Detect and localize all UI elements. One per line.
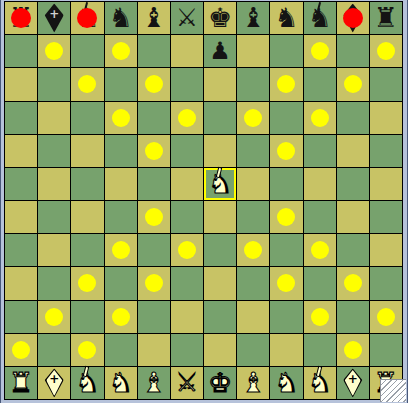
- white-aanca[interactable]: ⚔: [171, 367, 203, 399]
- target-dot: [344, 274, 362, 292]
- target-dot: [244, 109, 262, 127]
- square-e1[interactable]: ♝: [138, 367, 170, 399]
- lion-cross: +: [45, 371, 64, 385]
- square-a12[interactable]: ♜: [5, 2, 37, 34]
- target-dot: [145, 208, 163, 226]
- square-g12[interactable]: ♚: [204, 2, 236, 34]
- square-l4[interactable]: [370, 267, 402, 299]
- target-dot: [145, 75, 163, 93]
- square-l11[interactable]: [370, 35, 402, 67]
- square-d12[interactable]: ♞: [105, 2, 137, 34]
- giraffe-glyph: ♞: [270, 367, 302, 399]
- black-crocodile[interactable]: ♝: [138, 2, 170, 34]
- king-glyph: ♚: [204, 2, 236, 34]
- square-d10[interactable]: [105, 68, 137, 100]
- square-k3[interactable]: [337, 301, 369, 333]
- square-k6[interactable]: [337, 201, 369, 233]
- target-dot: [277, 75, 295, 93]
- unicorn-glyph: ♞: [71, 367, 103, 399]
- square-k1[interactable]: +: [337, 367, 369, 399]
- target-dot: [377, 42, 395, 60]
- target-dot: [112, 308, 130, 326]
- target-dot: [112, 109, 130, 127]
- square-b8[interactable]: [38, 135, 70, 167]
- square-g5[interactable]: [204, 234, 236, 266]
- square-b12[interactable]: +: [38, 2, 70, 34]
- target-dot: [277, 208, 295, 226]
- square-i8[interactable]: [270, 135, 302, 167]
- square-i6[interactable]: [270, 201, 302, 233]
- square-f7[interactable]: [171, 168, 203, 200]
- square-i11[interactable]: [270, 35, 302, 67]
- target-dot: [344, 341, 362, 359]
- square-d9[interactable]: [105, 102, 137, 134]
- square-b6[interactable]: [38, 201, 70, 233]
- black-aanca[interactable]: ⚔: [171, 2, 203, 34]
- game-window: ♜+♞♞♝⚔♚♝♞♞+♜♟♞♜+♞♞♝⚔♚♝♞♞+♜: [0, 0, 408, 403]
- lion-cross: +: [343, 371, 362, 385]
- square-b2[interactable]: [38, 334, 70, 366]
- black-crocodile[interactable]: ♝: [237, 2, 269, 34]
- square-i4[interactable]: [270, 267, 302, 299]
- square-g11[interactable]: ♟: [204, 35, 236, 67]
- black-unicorn[interactable]: ♞: [304, 2, 336, 34]
- square-d5[interactable]: [105, 234, 137, 266]
- target-dot: [145, 142, 163, 160]
- square-j5[interactable]: [304, 234, 336, 266]
- target-dot: [277, 142, 295, 160]
- square-c2[interactable]: [71, 334, 103, 366]
- white-unicorn[interactable]: ♞: [304, 367, 336, 399]
- white-lion[interactable]: +: [38, 367, 70, 399]
- square-g6[interactable]: [204, 201, 236, 233]
- square-i2[interactable]: [270, 334, 302, 366]
- target-dot: [178, 109, 196, 127]
- square-g4[interactable]: [204, 267, 236, 299]
- lion-diamond-shape: +: [343, 368, 362, 397]
- square-h3[interactable]: [237, 301, 269, 333]
- square-h4[interactable]: [237, 267, 269, 299]
- square-b5[interactable]: [38, 234, 70, 266]
- black-giraffe[interactable]: ♞: [270, 2, 302, 34]
- square-j7[interactable]: [304, 168, 336, 200]
- square-i10[interactable]: [270, 68, 302, 100]
- unicorn-glyph: ♞: [204, 168, 236, 200]
- square-l5[interactable]: [370, 234, 402, 266]
- target-dot: [311, 42, 329, 60]
- square-e5[interactable]: [138, 234, 170, 266]
- square-j9[interactable]: [304, 102, 336, 134]
- square-a5[interactable]: [5, 234, 37, 266]
- crocodile-glyph: ♝: [237, 2, 269, 34]
- white-unicorn[interactable]: ♞: [71, 367, 103, 399]
- lion-cross: +: [45, 7, 64, 21]
- rook-glyph: ♜: [370, 2, 402, 34]
- square-k12[interactable]: +: [337, 2, 369, 34]
- target-dot: [78, 75, 96, 93]
- square-f10[interactable]: [171, 68, 203, 100]
- black-pawn[interactable]: ♟: [204, 35, 236, 67]
- square-l7[interactable]: [370, 168, 402, 200]
- square-b7[interactable]: [38, 168, 70, 200]
- square-i12[interactable]: ♞: [270, 2, 302, 34]
- square-k10[interactable]: [337, 68, 369, 100]
- target-dot: [112, 241, 130, 259]
- square-a2[interactable]: [5, 334, 37, 366]
- white-king[interactable]: ♚: [204, 367, 236, 399]
- king-glyph: ♚: [204, 367, 236, 399]
- square-d6[interactable]: [105, 201, 137, 233]
- target-dot: [45, 42, 63, 60]
- square-b11[interactable]: [38, 35, 70, 67]
- square-a9[interactable]: [5, 102, 37, 134]
- square-i5[interactable]: [270, 234, 302, 266]
- square-l12[interactable]: ♜: [370, 2, 402, 34]
- square-d1[interactable]: ♞: [105, 367, 137, 399]
- black-rook[interactable]: ♜: [370, 2, 402, 34]
- square-e3[interactable]: [138, 301, 170, 333]
- black-giraffe[interactable]: ♞: [105, 2, 137, 34]
- target-dot: [78, 341, 96, 359]
- square-h10[interactable]: [237, 68, 269, 100]
- square-h2[interactable]: [237, 334, 269, 366]
- square-j11[interactable]: [304, 35, 336, 67]
- square-g10[interactable]: [204, 68, 236, 100]
- crocodile-glyph: ♝: [138, 2, 170, 34]
- square-g9[interactable]: [204, 102, 236, 134]
- square-j4[interactable]: [304, 267, 336, 299]
- square-j2[interactable]: [304, 334, 336, 366]
- white-lion[interactable]: +: [337, 367, 369, 399]
- square-h6[interactable]: [237, 201, 269, 233]
- white-giraffe[interactable]: ♞: [105, 367, 137, 399]
- square-c6[interactable]: [71, 201, 103, 233]
- square-b1[interactable]: +: [38, 367, 70, 399]
- square-l8[interactable]: [370, 135, 402, 167]
- square-j12[interactable]: ♞: [304, 2, 336, 34]
- target-dot: [311, 308, 329, 326]
- square-h8[interactable]: [237, 135, 269, 167]
- square-f11[interactable]: [171, 35, 203, 67]
- square-k8[interactable]: [337, 135, 369, 167]
- target-dot: [311, 109, 329, 127]
- square-h12[interactable]: ♝: [237, 2, 269, 34]
- square-k9[interactable]: [337, 102, 369, 134]
- square-c11[interactable]: [71, 35, 103, 67]
- square-b9[interactable]: [38, 102, 70, 134]
- rook-glyph: ♜: [5, 367, 37, 399]
- square-d4[interactable]: [105, 267, 137, 299]
- giraffe-glyph: ♞: [270, 2, 302, 34]
- square-a4[interactable]: [5, 267, 37, 299]
- square-j3[interactable]: [304, 301, 336, 333]
- square-j6[interactable]: [304, 201, 336, 233]
- square-e6[interactable]: [138, 201, 170, 233]
- square-c12[interactable]: ♞: [71, 2, 103, 34]
- square-e11[interactable]: [138, 35, 170, 67]
- square-e7[interactable]: [138, 168, 170, 200]
- square-g1[interactable]: ♚: [204, 367, 236, 399]
- target-dot: [377, 308, 395, 326]
- square-l6[interactable]: [370, 201, 402, 233]
- target-dot: [145, 274, 163, 292]
- square-d2[interactable]: [105, 334, 137, 366]
- square-e2[interactable]: [138, 334, 170, 366]
- target-dot: [311, 241, 329, 259]
- white-crocodile[interactable]: ♝: [138, 367, 170, 399]
- square-f5[interactable]: [171, 234, 203, 266]
- square-f9[interactable]: [171, 102, 203, 134]
- square-l3[interactable]: [370, 301, 402, 333]
- square-j10[interactable]: [304, 68, 336, 100]
- target-dot: [244, 241, 262, 259]
- square-b3[interactable]: [38, 301, 70, 333]
- square-j1[interactable]: ♞: [304, 367, 336, 399]
- crocodile-glyph: ♝: [237, 367, 269, 399]
- square-a6[interactable]: [5, 201, 37, 233]
- square-b4[interactable]: [38, 267, 70, 299]
- square-a1[interactable]: ♜: [5, 367, 37, 399]
- target-dot: [178, 241, 196, 259]
- black-king[interactable]: ♚: [204, 2, 236, 34]
- square-f6[interactable]: [171, 201, 203, 233]
- white-unicorn[interactable]: ♞: [204, 168, 236, 200]
- square-k2[interactable]: [337, 334, 369, 366]
- square-i7[interactable]: [270, 168, 302, 200]
- square-f1[interactable]: ⚔: [171, 367, 203, 399]
- white-crocodile[interactable]: ♝: [237, 367, 269, 399]
- square-a7[interactable]: [5, 168, 37, 200]
- square-c1[interactable]: ♞: [71, 367, 103, 399]
- square-j8[interactable]: [304, 135, 336, 167]
- square-a8[interactable]: [5, 135, 37, 167]
- square-i9[interactable]: [270, 102, 302, 134]
- target-dot: [12, 341, 30, 359]
- square-a11[interactable]: [5, 35, 37, 67]
- pawn-glyph: ♟: [204, 35, 236, 67]
- square-l10[interactable]: [370, 68, 402, 100]
- square-e4[interactable]: [138, 267, 170, 299]
- square-a3[interactable]: [5, 301, 37, 333]
- crocodile-glyph: ♝: [138, 367, 170, 399]
- square-c10[interactable]: [71, 68, 103, 100]
- square-k5[interactable]: [337, 234, 369, 266]
- square-c7[interactable]: [71, 168, 103, 200]
- aanca-glyph: ⚔: [171, 367, 203, 399]
- square-a10[interactable]: [5, 68, 37, 100]
- resize-grip-icon[interactable]: [380, 379, 406, 402]
- square-h9[interactable]: [237, 102, 269, 134]
- board: ♜+♞♞♝⚔♚♝♞♞+♜♟♞♜+♞♞♝⚔♚♝♞♞+♜: [4, 1, 403, 400]
- square-e8[interactable]: [138, 135, 170, 167]
- square-e10[interactable]: [138, 68, 170, 100]
- square-e12[interactable]: ♝: [138, 2, 170, 34]
- square-k11[interactable]: [337, 35, 369, 67]
- square-g3[interactable]: [204, 301, 236, 333]
- white-rook[interactable]: ♜: [5, 367, 37, 399]
- target-dot: [45, 308, 63, 326]
- square-e9[interactable]: [138, 102, 170, 134]
- square-i1[interactable]: ♞: [270, 367, 302, 399]
- square-d3[interactable]: [105, 301, 137, 333]
- square-h1[interactable]: ♝: [237, 367, 269, 399]
- square-d11[interactable]: [105, 35, 137, 67]
- square-f3[interactable]: [171, 301, 203, 333]
- square-h5[interactable]: [237, 234, 269, 266]
- square-g8[interactable]: [204, 135, 236, 167]
- square-c4[interactable]: [71, 267, 103, 299]
- square-c3[interactable]: [71, 301, 103, 333]
- square-c5[interactable]: [71, 234, 103, 266]
- square-g2[interactable]: [204, 334, 236, 366]
- square-l9[interactable]: [370, 102, 402, 134]
- square-f4[interactable]: [171, 267, 203, 299]
- black-lion[interactable]: +: [38, 2, 70, 34]
- square-g7[interactable]: ♞: [204, 168, 236, 200]
- giraffe-glyph: ♞: [105, 367, 137, 399]
- square-i3[interactable]: [270, 301, 302, 333]
- square-f2[interactable]: [171, 334, 203, 366]
- square-l2[interactable]: [370, 334, 402, 366]
- square-c8[interactable]: [71, 135, 103, 167]
- white-giraffe[interactable]: ♞: [270, 367, 302, 399]
- target-dot: [78, 274, 96, 292]
- square-h11[interactable]: [237, 35, 269, 67]
- square-c9[interactable]: [71, 102, 103, 134]
- lion-diamond-shape: +: [45, 4, 64, 33]
- square-d7[interactable]: [105, 168, 137, 200]
- lion-diamond-shape: +: [45, 368, 64, 397]
- square-k4[interactable]: [337, 267, 369, 299]
- square-b10[interactable]: [38, 68, 70, 100]
- target-dot: [112, 42, 130, 60]
- square-f8[interactable]: [171, 135, 203, 167]
- giraffe-glyph: ♞: [105, 2, 137, 34]
- target-dot: [277, 274, 295, 292]
- target-dot: [344, 75, 362, 93]
- square-d8[interactable]: [105, 135, 137, 167]
- square-f12[interactable]: ⚔: [171, 2, 203, 34]
- square-k7[interactable]: [337, 168, 369, 200]
- square-h7[interactable]: [237, 168, 269, 200]
- capture-marker: [343, 8, 363, 28]
- aanca-glyph: ⚔: [171, 2, 203, 34]
